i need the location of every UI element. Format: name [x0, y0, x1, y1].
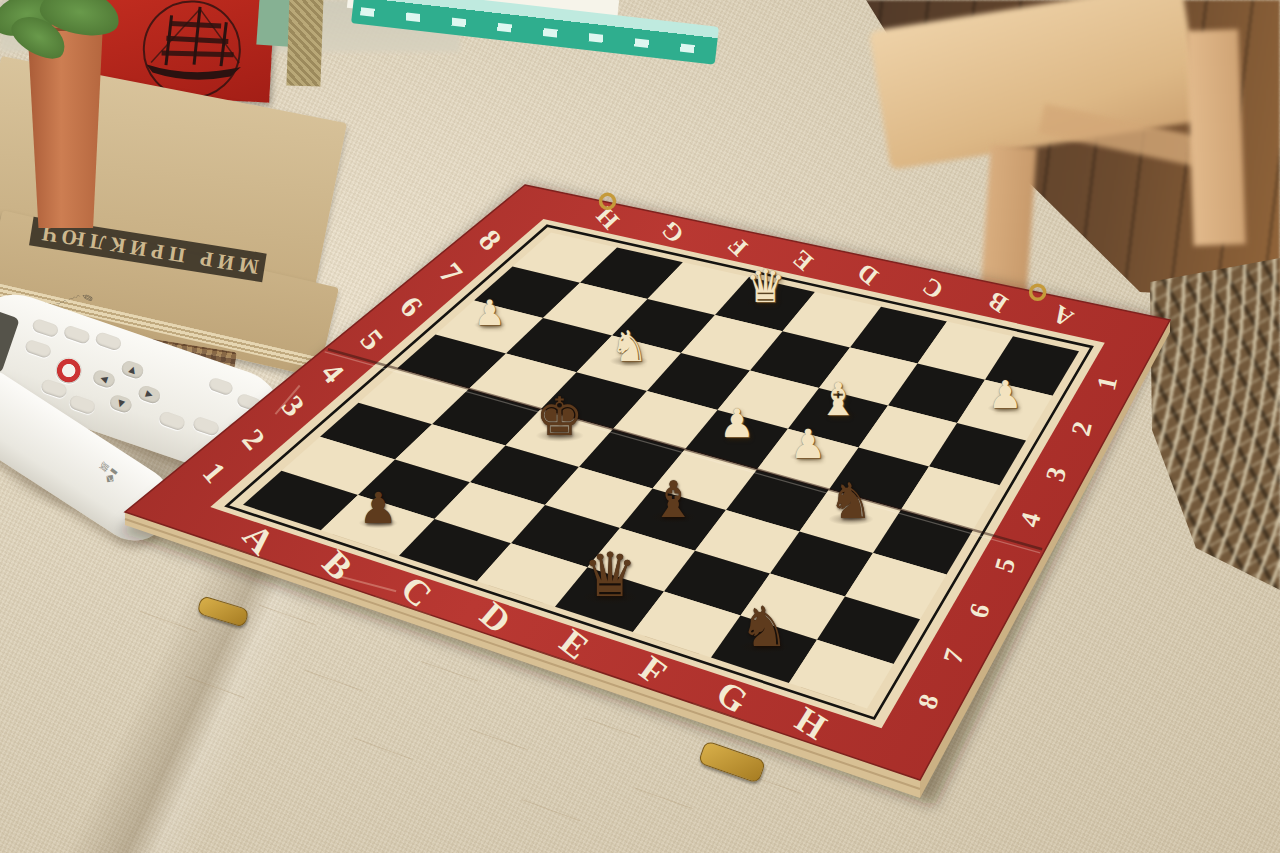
piece-white-B-f6[interactable]: ♝: [818, 377, 859, 422]
piece-dark-B-e3[interactable]: ♝: [651, 475, 696, 525]
piece-white-P-h7[interactable]: ♟: [988, 376, 1022, 414]
piece-dark-Q-e1[interactable]: ♛: [583, 546, 638, 607]
piece-white-Q-d8[interactable]: ♛: [745, 264, 785, 309]
piece-white-N-c6[interactable]: ♞: [610, 326, 648, 368]
piece-white-P-f5[interactable]: ♟: [790, 423, 826, 463]
piece-white-P-e5[interactable]: ♟: [719, 405, 754, 444]
photo-scene: МИР ПРИКЛЮЧ ✎﹏﹏﹏ LGEN ▲▼◀▶ ▮�膜 HA81GB72F…: [0, 0, 1280, 853]
piece-dark-N-g4[interactable]: ♞: [828, 477, 872, 526]
piece-dark-K-c4[interactable]: ♚: [536, 391, 584, 444]
pieces-layer: ♛♟♞♟♝♚♟♟♝♞♟♛♞: [0, 0, 1280, 853]
piece-white-P-a6[interactable]: ♟: [474, 296, 505, 331]
piece-dark-P-b1[interactable]: ♟: [359, 487, 397, 530]
piece-dark-N-g1[interactable]: ♞: [740, 600, 790, 655]
